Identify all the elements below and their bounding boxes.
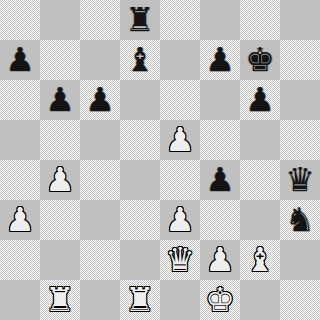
square-d5[interactable] xyxy=(120,120,160,160)
black-pawn[interactable]: ♟ xyxy=(205,40,235,80)
square-a4[interactable] xyxy=(0,160,40,200)
square-b8[interactable] xyxy=(40,0,80,40)
square-c1[interactable] xyxy=(80,280,120,320)
black-bishop[interactable]: ♝ xyxy=(125,40,155,80)
square-f1[interactable]: ♚ xyxy=(200,280,240,320)
square-e2[interactable]: ♛ xyxy=(160,240,200,280)
square-a5[interactable] xyxy=(0,120,40,160)
square-e3[interactable]: ♟ xyxy=(160,200,200,240)
square-g7[interactable]: ♚ xyxy=(240,40,280,80)
black-pawn[interactable]: ♟ xyxy=(45,80,75,120)
white-king[interactable]: ♚ xyxy=(205,280,235,320)
square-g3[interactable] xyxy=(240,200,280,240)
square-d2[interactable] xyxy=(120,240,160,280)
black-queen[interactable]: ♛ xyxy=(285,160,315,200)
white-pawn[interactable]: ♟ xyxy=(45,160,75,200)
square-f8[interactable] xyxy=(200,0,240,40)
black-pawn[interactable]: ♟ xyxy=(205,160,235,200)
square-c3[interactable] xyxy=(80,200,120,240)
square-c5[interactable] xyxy=(80,120,120,160)
square-g2[interactable]: ♝ xyxy=(240,240,280,280)
square-e6[interactable] xyxy=(160,80,200,120)
square-f6[interactable] xyxy=(200,80,240,120)
square-h1[interactable] xyxy=(280,280,320,320)
square-h5[interactable] xyxy=(280,120,320,160)
square-d8[interactable]: ♜ xyxy=(120,0,160,40)
square-a7[interactable]: ♟ xyxy=(0,40,40,80)
square-h8[interactable] xyxy=(280,0,320,40)
square-f3[interactable] xyxy=(200,200,240,240)
square-c4[interactable] xyxy=(80,160,120,200)
square-h2[interactable] xyxy=(280,240,320,280)
square-e8[interactable] xyxy=(160,0,200,40)
square-g4[interactable] xyxy=(240,160,280,200)
square-b6[interactable]: ♟ xyxy=(40,80,80,120)
square-h4[interactable]: ♛ xyxy=(280,160,320,200)
black-king[interactable]: ♚ xyxy=(245,40,275,80)
square-e4[interactable] xyxy=(160,160,200,200)
square-a8[interactable] xyxy=(0,0,40,40)
square-g6[interactable]: ♟ xyxy=(240,80,280,120)
square-c8[interactable] xyxy=(80,0,120,40)
square-d7[interactable]: ♝ xyxy=(120,40,160,80)
square-a1[interactable] xyxy=(0,280,40,320)
square-d4[interactable] xyxy=(120,160,160,200)
square-g8[interactable] xyxy=(240,0,280,40)
white-pawn[interactable]: ♟ xyxy=(165,120,195,160)
square-c7[interactable] xyxy=(80,40,120,80)
white-pawn[interactable]: ♟ xyxy=(165,200,195,240)
square-d3[interactable] xyxy=(120,200,160,240)
square-a2[interactable] xyxy=(0,240,40,280)
square-e7[interactable] xyxy=(160,40,200,80)
square-d6[interactable] xyxy=(120,80,160,120)
square-a3[interactable]: ♟ xyxy=(0,200,40,240)
white-bishop[interactable]: ♝ xyxy=(245,240,275,280)
white-pawn[interactable]: ♟ xyxy=(205,240,235,280)
black-pawn[interactable]: ♟ xyxy=(245,80,275,120)
square-c2[interactable] xyxy=(80,240,120,280)
square-e1[interactable] xyxy=(160,280,200,320)
square-f2[interactable]: ♟ xyxy=(200,240,240,280)
square-b1[interactable]: ♜ xyxy=(40,280,80,320)
square-g5[interactable] xyxy=(240,120,280,160)
black-pawn[interactable]: ♟ xyxy=(5,40,35,80)
square-c6[interactable]: ♟ xyxy=(80,80,120,120)
white-queen[interactable]: ♛ xyxy=(165,240,195,280)
square-b2[interactable] xyxy=(40,240,80,280)
square-f4[interactable]: ♟ xyxy=(200,160,240,200)
square-a6[interactable] xyxy=(0,80,40,120)
square-h3[interactable]: ♞ xyxy=(280,200,320,240)
square-h7[interactable] xyxy=(280,40,320,80)
square-d1[interactable]: ♜ xyxy=(120,280,160,320)
square-h6[interactable] xyxy=(280,80,320,120)
white-rook[interactable]: ♜ xyxy=(45,280,75,320)
white-pawn[interactable]: ♟ xyxy=(5,200,35,240)
square-b3[interactable] xyxy=(40,200,80,240)
square-b7[interactable] xyxy=(40,40,80,80)
black-pawn[interactable]: ♟ xyxy=(85,80,115,120)
square-b4[interactable]: ♟ xyxy=(40,160,80,200)
square-e5[interactable]: ♟ xyxy=(160,120,200,160)
square-f5[interactable] xyxy=(200,120,240,160)
chess-board: ♜♟♝♟♚♟♟♟♟♟♟♛♟♟♞♛♟♝♜♜♚ xyxy=(0,0,320,320)
black-knight[interactable]: ♞ xyxy=(285,200,315,240)
square-b5[interactable] xyxy=(40,120,80,160)
square-g1[interactable] xyxy=(240,280,280,320)
square-f7[interactable]: ♟ xyxy=(200,40,240,80)
white-rook[interactable]: ♜ xyxy=(125,280,155,320)
black-rook[interactable]: ♜ xyxy=(125,0,155,40)
